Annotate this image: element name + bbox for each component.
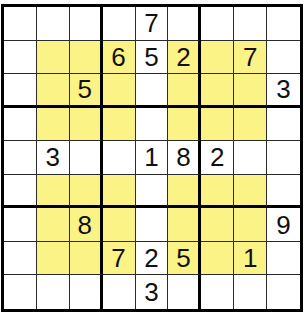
cell-r9c7[interactable] — [201, 275, 234, 309]
cell-r8c2[interactable] — [37, 242, 70, 276]
cell-r4c7[interactable] — [201, 108, 234, 142]
cell-r6c3[interactable] — [70, 175, 103, 209]
cell-r8c4[interactable]: 7 — [103, 242, 136, 276]
cell-r9c9[interactable] — [267, 275, 300, 309]
cell-r3c8[interactable] — [234, 74, 267, 108]
cell-r7c4[interactable] — [103, 208, 136, 242]
cell-r2c1[interactable] — [4, 41, 37, 75]
cell-r3c6[interactable] — [168, 74, 201, 108]
cell-r5c5[interactable]: 1 — [136, 141, 169, 175]
sudoku-board: 765275331828972513 — [1, 4, 303, 312]
cell-r5c9[interactable] — [267, 141, 300, 175]
cell-r5c4[interactable] — [103, 141, 136, 175]
cell-r2c5[interactable]: 5 — [136, 41, 169, 75]
cell-r6c9[interactable] — [267, 175, 300, 209]
cell-r4c6[interactable] — [168, 108, 201, 142]
cell-r1c1[interactable] — [4, 7, 37, 41]
cell-r6c8[interactable] — [234, 175, 267, 209]
cell-r1c8[interactable] — [234, 7, 267, 41]
cell-r7c6[interactable] — [168, 208, 201, 242]
cell-r8c7[interactable] — [201, 242, 234, 276]
cell-r7c5[interactable] — [136, 208, 169, 242]
cell-r4c1[interactable] — [4, 108, 37, 142]
cell-r6c2[interactable] — [37, 175, 70, 209]
cell-r1c5[interactable]: 7 — [136, 7, 169, 41]
cell-r8c9[interactable] — [267, 242, 300, 276]
cell-r4c3[interactable] — [70, 108, 103, 142]
cell-r7c2[interactable] — [37, 208, 70, 242]
cell-r1c7[interactable] — [201, 7, 234, 41]
cell-r3c2[interactable] — [37, 74, 70, 108]
cell-r6c1[interactable] — [4, 175, 37, 209]
cell-r6c5[interactable] — [136, 175, 169, 209]
cell-r8c5[interactable]: 2 — [136, 242, 169, 276]
cell-r3c7[interactable] — [201, 74, 234, 108]
cell-r2c4[interactable]: 6 — [103, 41, 136, 75]
cell-r3c1[interactable] — [4, 74, 37, 108]
cell-r8c1[interactable] — [4, 242, 37, 276]
cell-r6c4[interactable] — [103, 175, 136, 209]
cell-r1c6[interactable] — [168, 7, 201, 41]
cell-r7c9[interactable]: 9 — [267, 208, 300, 242]
cell-r3c4[interactable] — [103, 74, 136, 108]
cell-r5c7[interactable]: 2 — [201, 141, 234, 175]
cell-r3c9[interactable]: 3 — [267, 74, 300, 108]
cell-r4c9[interactable] — [267, 108, 300, 142]
cell-r8c3[interactable] — [70, 242, 103, 276]
cell-r2c9[interactable] — [267, 41, 300, 75]
cell-r5c1[interactable] — [4, 141, 37, 175]
cell-r5c6[interactable]: 8 — [168, 141, 201, 175]
cell-r4c5[interactable] — [136, 108, 169, 142]
cell-r9c3[interactable] — [70, 275, 103, 309]
cell-r9c4[interactable] — [103, 275, 136, 309]
cell-r2c2[interactable] — [37, 41, 70, 75]
cell-r9c8[interactable] — [234, 275, 267, 309]
cell-r8c8[interactable]: 1 — [234, 242, 267, 276]
cell-r5c8[interactable] — [234, 141, 267, 175]
cell-r9c6[interactable] — [168, 275, 201, 309]
cell-r7c7[interactable] — [201, 208, 234, 242]
cell-r9c5[interactable]: 3 — [136, 275, 169, 309]
cell-r6c6[interactable] — [168, 175, 201, 209]
cell-r3c5[interactable] — [136, 74, 169, 108]
cell-r5c2[interactable]: 3 — [37, 141, 70, 175]
cell-r3c3[interactable]: 5 — [70, 74, 103, 108]
cell-r2c7[interactable] — [201, 41, 234, 75]
cell-r8c6[interactable]: 5 — [168, 242, 201, 276]
cell-r9c1[interactable] — [4, 275, 37, 309]
cell-r2c8[interactable]: 7 — [234, 41, 267, 75]
cell-r1c9[interactable] — [267, 7, 300, 41]
cell-r7c3[interactable]: 8 — [70, 208, 103, 242]
cell-r4c8[interactable] — [234, 108, 267, 142]
cell-r1c3[interactable] — [70, 7, 103, 41]
cell-r6c7[interactable] — [201, 175, 234, 209]
cell-r4c2[interactable] — [37, 108, 70, 142]
cell-r7c1[interactable] — [4, 208, 37, 242]
cell-r2c3[interactable] — [70, 41, 103, 75]
cell-r1c4[interactable] — [103, 7, 136, 41]
cell-r5c3[interactable] — [70, 141, 103, 175]
cell-r9c2[interactable] — [37, 275, 70, 309]
cell-r1c2[interactable] — [37, 7, 70, 41]
cell-r7c8[interactable] — [234, 208, 267, 242]
cell-r2c6[interactable]: 2 — [168, 41, 201, 75]
cell-r4c4[interactable] — [103, 108, 136, 142]
